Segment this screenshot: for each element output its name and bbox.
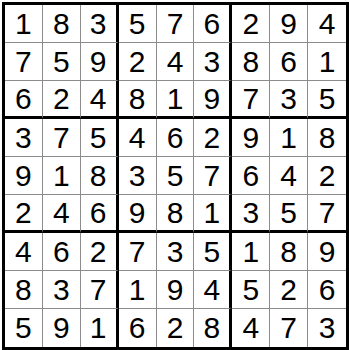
cell-r6c9[interactable]: 7 xyxy=(308,195,346,233)
cell-r3c2[interactable]: 2 xyxy=(43,81,81,119)
cell-r6c1[interactable]: 2 xyxy=(5,195,43,233)
cell-r2c6[interactable]: 3 xyxy=(194,43,232,81)
cell-r7c4[interactable]: 7 xyxy=(119,233,157,271)
cell-r4c4[interactable]: 4 xyxy=(119,119,157,157)
cell-r3c7[interactable]: 7 xyxy=(232,81,270,119)
cell-r8c2[interactable]: 3 xyxy=(43,271,81,309)
cell-r3c6[interactable]: 9 xyxy=(194,81,232,119)
cell-r8c9[interactable]: 6 xyxy=(308,271,346,309)
cell-r9c2[interactable]: 9 xyxy=(43,309,81,347)
cell-r5c7[interactable]: 6 xyxy=(232,157,270,195)
cell-r6c3[interactable]: 6 xyxy=(81,195,119,233)
cell-r3c5[interactable]: 1 xyxy=(157,81,195,119)
cell-r7c8[interactable]: 8 xyxy=(270,233,308,271)
cell-r1c7[interactable]: 2 xyxy=(232,5,270,43)
cell-r8c7[interactable]: 5 xyxy=(232,271,270,309)
cell-r1c2[interactable]: 8 xyxy=(43,5,81,43)
cell-r5c4[interactable]: 3 xyxy=(119,157,157,195)
cell-r5c2[interactable]: 1 xyxy=(43,157,81,195)
cell-r6c7[interactable]: 3 xyxy=(232,195,270,233)
cell-r9c5[interactable]: 2 xyxy=(157,309,195,347)
cell-r4c6[interactable]: 2 xyxy=(194,119,232,157)
cell-r9c7[interactable]: 4 xyxy=(232,309,270,347)
cell-r1c9[interactable]: 4 xyxy=(308,5,346,43)
cell-r9c6[interactable]: 8 xyxy=(194,309,232,347)
cell-r2c4[interactable]: 2 xyxy=(119,43,157,81)
cell-r6c6[interactable]: 1 xyxy=(194,195,232,233)
cell-r2c3[interactable]: 9 xyxy=(81,43,119,81)
cell-r5c1[interactable]: 9 xyxy=(5,157,43,195)
cell-r7c1[interactable]: 4 xyxy=(5,233,43,271)
cell-r8c1[interactable]: 8 xyxy=(5,271,43,309)
cell-r4c2[interactable]: 7 xyxy=(43,119,81,157)
cell-r7c3[interactable]: 2 xyxy=(81,233,119,271)
cell-r2c5[interactable]: 4 xyxy=(157,43,195,81)
cell-r7c6[interactable]: 5 xyxy=(194,233,232,271)
cell-r6c5[interactable]: 8 xyxy=(157,195,195,233)
cell-r6c2[interactable]: 4 xyxy=(43,195,81,233)
cell-r2c7[interactable]: 8 xyxy=(232,43,270,81)
cell-r4c7[interactable]: 9 xyxy=(232,119,270,157)
cell-r9c9[interactable]: 3 xyxy=(308,309,346,347)
cell-r2c1[interactable]: 7 xyxy=(5,43,43,81)
cell-r8c6[interactable]: 4 xyxy=(194,271,232,309)
cell-r3c8[interactable]: 3 xyxy=(270,81,308,119)
cell-r9c4[interactable]: 6 xyxy=(119,309,157,347)
cell-r5c3[interactable]: 8 xyxy=(81,157,119,195)
cell-r5c5[interactable]: 5 xyxy=(157,157,195,195)
cell-r3c9[interactable]: 5 xyxy=(308,81,346,119)
cell-r5c8[interactable]: 4 xyxy=(270,157,308,195)
cell-r6c4[interactable]: 9 xyxy=(119,195,157,233)
sudoku-board: 1835762947592438616248197353754629189183… xyxy=(2,2,349,350)
cell-r6c8[interactable]: 5 xyxy=(270,195,308,233)
cell-r1c3[interactable]: 3 xyxy=(81,5,119,43)
cell-r5c9[interactable]: 2 xyxy=(308,157,346,195)
cell-r7c5[interactable]: 3 xyxy=(157,233,195,271)
cell-r1c1[interactable]: 1 xyxy=(5,5,43,43)
cell-r8c8[interactable]: 2 xyxy=(270,271,308,309)
cell-r8c4[interactable]: 1 xyxy=(119,271,157,309)
cell-r9c3[interactable]: 1 xyxy=(81,309,119,347)
cell-r9c8[interactable]: 7 xyxy=(270,309,308,347)
cell-r4c9[interactable]: 8 xyxy=(308,119,346,157)
cell-r2c8[interactable]: 6 xyxy=(270,43,308,81)
cell-r3c3[interactable]: 4 xyxy=(81,81,119,119)
cell-r3c1[interactable]: 6 xyxy=(5,81,43,119)
cell-r4c3[interactable]: 5 xyxy=(81,119,119,157)
cell-r5c6[interactable]: 7 xyxy=(194,157,232,195)
cell-r8c3[interactable]: 7 xyxy=(81,271,119,309)
cell-r7c2[interactable]: 6 xyxy=(43,233,81,271)
cell-r1c8[interactable]: 9 xyxy=(270,5,308,43)
cell-r7c9[interactable]: 9 xyxy=(308,233,346,271)
cell-r3c4[interactable]: 8 xyxy=(119,81,157,119)
cell-r2c9[interactable]: 1 xyxy=(308,43,346,81)
cell-r4c5[interactable]: 6 xyxy=(157,119,195,157)
cell-r9c1[interactable]: 5 xyxy=(5,309,43,347)
cell-r4c1[interactable]: 3 xyxy=(5,119,43,157)
cell-r2c2[interactable]: 5 xyxy=(43,43,81,81)
cell-r1c5[interactable]: 7 xyxy=(157,5,195,43)
cell-r4c8[interactable]: 1 xyxy=(270,119,308,157)
cell-r1c6[interactable]: 6 xyxy=(194,5,232,43)
cell-r7c7[interactable]: 1 xyxy=(232,233,270,271)
cell-r8c5[interactable]: 9 xyxy=(157,271,195,309)
cell-r1c4[interactable]: 5 xyxy=(119,5,157,43)
